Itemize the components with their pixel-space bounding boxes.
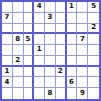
cell-r5c7[interactable] [67, 45, 78, 56]
cell-r1c8[interactable] [77, 2, 88, 13]
given-digit-r1c4[interactable]: 4 [34, 2, 45, 13]
cell-r3c8[interactable] [77, 24, 88, 35]
cell-r3c3[interactable] [24, 24, 35, 35]
cell-r5c1[interactable] [2, 45, 13, 56]
cell-r4c4[interactable] [34, 34, 45, 45]
given-digit-r7c1[interactable]: 1 [2, 67, 13, 78]
given-digit-r1c9[interactable]: 5 [88, 2, 99, 13]
cell-r5c8[interactable] [77, 45, 88, 56]
cell-r9c3[interactable] [24, 88, 35, 99]
cell-r3c7[interactable] [67, 24, 78, 35]
given-digit-r6c2[interactable]: 2 [13, 56, 24, 67]
cell-r2c4[interactable] [34, 13, 45, 24]
cell-r7c2[interactable] [13, 67, 24, 78]
cell-r8c3[interactable] [24, 77, 35, 88]
cell-r3c4[interactable] [34, 24, 45, 35]
cell-r6c5[interactable] [45, 56, 56, 67]
cell-r5c5[interactable] [45, 45, 56, 56]
cell-r8c4[interactable] [34, 77, 45, 88]
given-digit-r5c4[interactable]: 1 [34, 45, 45, 56]
cell-r3c5[interactable] [45, 24, 56, 35]
cell-r6c3[interactable] [24, 56, 35, 67]
given-digit-r9c8[interactable]: 9 [77, 88, 88, 99]
cell-r2c6[interactable] [56, 13, 67, 24]
cell-r9c9[interactable] [88, 88, 99, 99]
cell-r6c7[interactable] [67, 56, 78, 67]
cell-r6c1[interactable] [2, 56, 13, 67]
cell-r7c4[interactable] [34, 67, 45, 78]
given-digit-r7c6[interactable]: 2 [56, 67, 67, 78]
cell-r5c6[interactable] [56, 45, 67, 56]
cell-r8c2[interactable] [13, 77, 24, 88]
cell-r8c8[interactable] [77, 77, 88, 88]
cell-r3c6[interactable] [56, 24, 67, 35]
cell-r6c4[interactable] [34, 56, 45, 67]
cell-r9c1[interactable] [2, 88, 13, 99]
cell-r7c3[interactable] [24, 67, 35, 78]
cell-r9c4[interactable] [34, 88, 45, 99]
cell-r5c9[interactable] [88, 45, 99, 56]
cell-r9c2[interactable] [13, 88, 24, 99]
cell-r1c2[interactable] [13, 2, 24, 13]
cell-r8c6[interactable] [56, 77, 67, 88]
cell-r2c2[interactable] [13, 13, 24, 24]
sudoku-grid: 41573285712124689 [2, 2, 99, 99]
cell-r1c5[interactable] [45, 2, 56, 13]
cell-r1c1[interactable] [2, 2, 13, 13]
cell-r3c2[interactable] [13, 24, 24, 35]
cell-r7c5[interactable] [45, 67, 56, 78]
cell-r4c1[interactable] [2, 34, 13, 45]
cell-r2c8[interactable] [77, 13, 88, 24]
cell-r6c8[interactable] [77, 56, 88, 67]
cell-r9c7[interactable] [67, 88, 78, 99]
sudoku-board: 41573285712124689 [0, 0, 101, 101]
given-digit-r4c3[interactable]: 5 [24, 34, 35, 45]
cell-r1c3[interactable] [24, 2, 35, 13]
cell-r8c9[interactable] [88, 77, 99, 88]
cell-r9c6[interactable] [56, 88, 67, 99]
cell-r4c9[interactable] [88, 34, 99, 45]
given-digit-r1c7[interactable]: 1 [67, 2, 78, 13]
given-digit-r8c7[interactable]: 6 [67, 77, 78, 88]
cell-r2c7[interactable] [67, 13, 78, 24]
given-digit-r8c1[interactable]: 4 [2, 77, 13, 88]
cell-r7c7[interactable] [67, 67, 78, 78]
cell-r3c1[interactable] [2, 24, 13, 35]
cell-r4c6[interactable] [56, 34, 67, 45]
cell-r4c5[interactable] [45, 34, 56, 45]
cell-r4c7[interactable] [67, 34, 78, 45]
given-digit-r2c5[interactable]: 3 [45, 13, 56, 24]
given-digit-r4c8[interactable]: 7 [77, 34, 88, 45]
cell-r7c8[interactable] [77, 67, 88, 78]
given-digit-r4c2[interactable]: 8 [13, 34, 24, 45]
cell-r1c6[interactable] [56, 2, 67, 13]
given-digit-r3c9[interactable]: 2 [88, 24, 99, 35]
cell-r2c9[interactable] [88, 13, 99, 24]
cell-r2c3[interactable] [24, 13, 35, 24]
cell-r6c6[interactable] [56, 56, 67, 67]
cell-r6c9[interactable] [88, 56, 99, 67]
cell-r7c9[interactable] [88, 67, 99, 78]
given-digit-r9c5[interactable]: 8 [45, 88, 56, 99]
given-digit-r2c1[interactable]: 7 [2, 13, 13, 24]
cell-r8c5[interactable] [45, 77, 56, 88]
cell-r5c3[interactable] [24, 45, 35, 56]
cell-r5c2[interactable] [13, 45, 24, 56]
